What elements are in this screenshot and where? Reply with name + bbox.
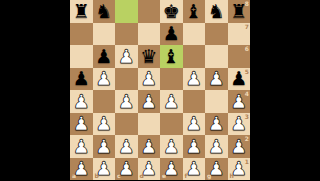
square-a7[interactable] xyxy=(70,23,93,46)
square-f6[interactable] xyxy=(183,45,206,68)
square-e7[interactable]: ♟ xyxy=(160,23,183,46)
square-g7[interactable] xyxy=(205,23,228,46)
white-pawn[interactable]: ♟ xyxy=(70,135,93,158)
square-d6[interactable]: ♛ xyxy=(138,45,161,68)
white-pawn[interactable]: ♟ xyxy=(183,68,206,91)
rank-label-1: 1 xyxy=(245,159,249,165)
rank-label-7: 7 xyxy=(245,24,249,30)
square-e5[interactable] xyxy=(160,68,183,91)
square-b6[interactable]: ♟ xyxy=(93,45,116,68)
square-h7[interactable]: 7 xyxy=(228,23,251,46)
rank-label-5: 5 xyxy=(245,69,249,75)
rank-label-3: 3 xyxy=(245,114,249,120)
square-f7[interactable] xyxy=(183,23,206,46)
white-pawn[interactable]: ♟ xyxy=(160,135,183,158)
square-f5[interactable]: ♟ xyxy=(183,68,206,91)
square-e6[interactable]: ♝ xyxy=(160,45,183,68)
white-pawn[interactable]: ♟ xyxy=(93,113,116,136)
square-g4[interactable] xyxy=(205,90,228,113)
square-a5[interactable]: ♟ xyxy=(70,68,93,91)
white-pawn[interactable]: ♟ xyxy=(138,135,161,158)
square-f8[interactable]: ♝ xyxy=(183,0,206,23)
file-label-f: f xyxy=(185,173,188,179)
rank-label-8: 8 xyxy=(245,1,249,7)
white-pawn[interactable]: ♟ xyxy=(183,135,206,158)
square-a4[interactable]: ♟ xyxy=(70,90,93,113)
square-d7[interactable] xyxy=(138,23,161,46)
white-pawn[interactable]: ♟ xyxy=(205,113,228,136)
black-queen[interactable]: ♛ xyxy=(138,45,161,68)
square-h4[interactable]: ♟4 xyxy=(228,90,251,113)
white-pawn[interactable]: ♟ xyxy=(70,90,93,113)
file-label-g: g xyxy=(207,173,211,179)
right-black-bar xyxy=(250,0,320,180)
black-king[interactable]: ♚ xyxy=(160,0,183,23)
white-pawn[interactable]: ♟ xyxy=(93,135,116,158)
square-e4[interactable]: ♟ xyxy=(160,90,183,113)
white-pawn[interactable]: ♟ xyxy=(115,45,138,68)
square-h3[interactable]: ♟3 xyxy=(228,113,251,136)
square-e1[interactable]: ♟e xyxy=(160,158,183,181)
white-pawn[interactable]: ♟ xyxy=(70,113,93,136)
square-h2[interactable]: ♟2 xyxy=(228,135,251,158)
left-black-bar xyxy=(0,0,70,180)
square-f4[interactable] xyxy=(183,90,206,113)
square-f3[interactable]: ♟ xyxy=(183,113,206,136)
white-pawn[interactable]: ♟ xyxy=(205,135,228,158)
square-h5[interactable]: ♟5 xyxy=(228,68,251,91)
square-a8[interactable]: ♜ xyxy=(70,0,93,23)
white-pawn[interactable]: ♟ xyxy=(205,68,228,91)
square-g6[interactable] xyxy=(205,45,228,68)
square-g3[interactable]: ♟ xyxy=(205,113,228,136)
square-e8[interactable]: ♚ xyxy=(160,0,183,23)
square-h6[interactable]: 6 xyxy=(228,45,251,68)
square-e2[interactable]: ♟ xyxy=(160,135,183,158)
square-a6[interactable] xyxy=(70,45,93,68)
square-b8[interactable]: ♞ xyxy=(93,0,116,23)
square-c5[interactable] xyxy=(115,68,138,91)
square-d3[interactable] xyxy=(138,113,161,136)
file-label-e: e xyxy=(162,173,166,179)
white-pawn[interactable]: ♟ xyxy=(138,68,161,91)
square-c2[interactable]: ♟ xyxy=(115,135,138,158)
black-knight[interactable]: ♞ xyxy=(205,0,228,23)
file-label-a: a xyxy=(72,173,76,179)
square-g5[interactable]: ♟ xyxy=(205,68,228,91)
video-frame: ♜♞♚♝♞♜8♟7♟♟♛♝6♟♟♟♟♟♟5♟♟♟♟♟4♟♟♟♟♟3♟♟♟♟♟♟♟… xyxy=(0,0,320,180)
square-b1[interactable]: ♟b xyxy=(93,158,116,181)
square-b7[interactable] xyxy=(93,23,116,46)
square-d5[interactable]: ♟ xyxy=(138,68,161,91)
square-g2[interactable]: ♟ xyxy=(205,135,228,158)
square-d4[interactable]: ♟ xyxy=(138,90,161,113)
black-knight[interactable]: ♞ xyxy=(93,0,116,23)
square-f2[interactable]: ♟ xyxy=(183,135,206,158)
square-c7[interactable] xyxy=(115,23,138,46)
file-label-d: d xyxy=(140,173,144,179)
square-b4[interactable] xyxy=(93,90,116,113)
white-pawn[interactable]: ♟ xyxy=(115,135,138,158)
square-f1[interactable]: ♟f xyxy=(183,158,206,181)
square-g8[interactable]: ♞ xyxy=(205,0,228,23)
square-a1[interactable]: ♟a xyxy=(70,158,93,181)
file-label-h: h xyxy=(230,173,234,179)
white-pawn[interactable]: ♟ xyxy=(93,68,116,91)
chess-board: ♜♞♚♝♞♜8♟7♟♟♛♝6♟♟♟♟♟♟5♟♟♟♟♟4♟♟♟♟♟3♟♟♟♟♟♟♟… xyxy=(70,0,250,180)
square-g1[interactable]: ♟g xyxy=(205,158,228,181)
square-b3[interactable]: ♟ xyxy=(93,113,116,136)
black-bishop[interactable]: ♝ xyxy=(160,45,183,68)
square-a2[interactable]: ♟ xyxy=(70,135,93,158)
rank-label-4: 4 xyxy=(245,91,249,97)
black-rook[interactable]: ♜ xyxy=(70,0,93,23)
square-h1[interactable]: ♟1h xyxy=(228,158,251,181)
square-d8[interactable] xyxy=(138,0,161,23)
black-bishop[interactable]: ♝ xyxy=(183,0,206,23)
square-c4[interactable]: ♟ xyxy=(115,90,138,113)
black-pawn[interactable]: ♟ xyxy=(93,45,116,68)
white-pawn[interactable]: ♟ xyxy=(183,113,206,136)
square-d2[interactable]: ♟ xyxy=(138,135,161,158)
square-d1[interactable]: ♟d xyxy=(138,158,161,181)
rank-label-2: 2 xyxy=(245,136,249,142)
square-e3[interactable] xyxy=(160,113,183,136)
white-pawn[interactable]: ♟ xyxy=(115,90,138,113)
square-c3[interactable] xyxy=(115,113,138,136)
square-b2[interactable]: ♟ xyxy=(93,135,116,158)
file-label-b: b xyxy=(95,173,99,179)
rank-label-6: 6 xyxy=(245,46,249,52)
square-c8[interactable] xyxy=(115,0,138,23)
black-pawn[interactable]: ♟ xyxy=(160,23,183,46)
square-a3[interactable]: ♟ xyxy=(70,113,93,136)
square-c6[interactable]: ♟ xyxy=(115,45,138,68)
square-h8[interactable]: ♜8 xyxy=(228,0,251,23)
file-label-c: c xyxy=(117,173,121,179)
square-b5[interactable]: ♟ xyxy=(93,68,116,91)
square-c1[interactable]: ♟c xyxy=(115,158,138,181)
black-pawn[interactable]: ♟ xyxy=(70,68,93,91)
white-pawn[interactable]: ♟ xyxy=(138,90,161,113)
white-pawn[interactable]: ♟ xyxy=(160,90,183,113)
